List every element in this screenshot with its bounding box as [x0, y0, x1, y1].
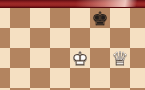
square-g4[interactable]: [110, 88, 130, 90]
square-c8[interactable]: [30, 8, 50, 28]
square-g6[interactable]: ♛♕: [110, 48, 130, 68]
square-e4[interactable]: [70, 88, 90, 90]
app-screen: ♚♚♔♛♕: [0, 0, 145, 90]
square-b4[interactable]: [10, 88, 30, 90]
square-f8[interactable]: ♚: [90, 8, 110, 28]
square-g7[interactable]: [110, 28, 130, 48]
square-d4[interactable]: [50, 88, 70, 90]
square-c6[interactable]: [30, 48, 50, 68]
square-b6[interactable]: [10, 48, 30, 68]
square-a4[interactable]: [0, 88, 10, 90]
square-f7[interactable]: [90, 28, 110, 48]
square-f4[interactable]: [90, 88, 110, 90]
square-d7[interactable]: [50, 28, 70, 48]
square-a8[interactable]: [0, 8, 10, 28]
black-king[interactable]: ♚: [90, 8, 110, 28]
square-c4[interactable]: [30, 88, 50, 90]
white-king[interactable]: ♚♔: [70, 48, 90, 68]
square-a5[interactable]: [0, 68, 10, 88]
square-d5[interactable]: [50, 68, 70, 88]
square-g5[interactable]: [110, 68, 130, 88]
square-f6[interactable]: [90, 48, 110, 68]
square-d8[interactable]: [50, 8, 70, 28]
square-a7[interactable]: [0, 28, 10, 48]
square-h5[interactable]: [130, 68, 145, 88]
square-d6[interactable]: [50, 48, 70, 68]
chess-board[interactable]: ♚♚♔♛♕: [0, 8, 145, 90]
square-b7[interactable]: [10, 28, 30, 48]
square-h4[interactable]: [130, 88, 145, 90]
top-bar: [0, 0, 145, 8]
square-b8[interactable]: [10, 8, 30, 28]
square-b5[interactable]: [10, 68, 30, 88]
square-e5[interactable]: [70, 68, 90, 88]
square-e8[interactable]: [70, 8, 90, 28]
square-g8[interactable]: [110, 8, 130, 28]
square-h6[interactable]: [130, 48, 145, 68]
white-queen[interactable]: ♛♕: [110, 48, 130, 68]
square-e7[interactable]: [70, 28, 90, 48]
square-h7[interactable]: [130, 28, 145, 48]
square-f5[interactable]: [90, 68, 110, 88]
square-a6[interactable]: [0, 48, 10, 68]
square-h8[interactable]: [130, 8, 145, 28]
square-c7[interactable]: [30, 28, 50, 48]
square-e6[interactable]: ♚♔: [70, 48, 90, 68]
square-c5[interactable]: [30, 68, 50, 88]
